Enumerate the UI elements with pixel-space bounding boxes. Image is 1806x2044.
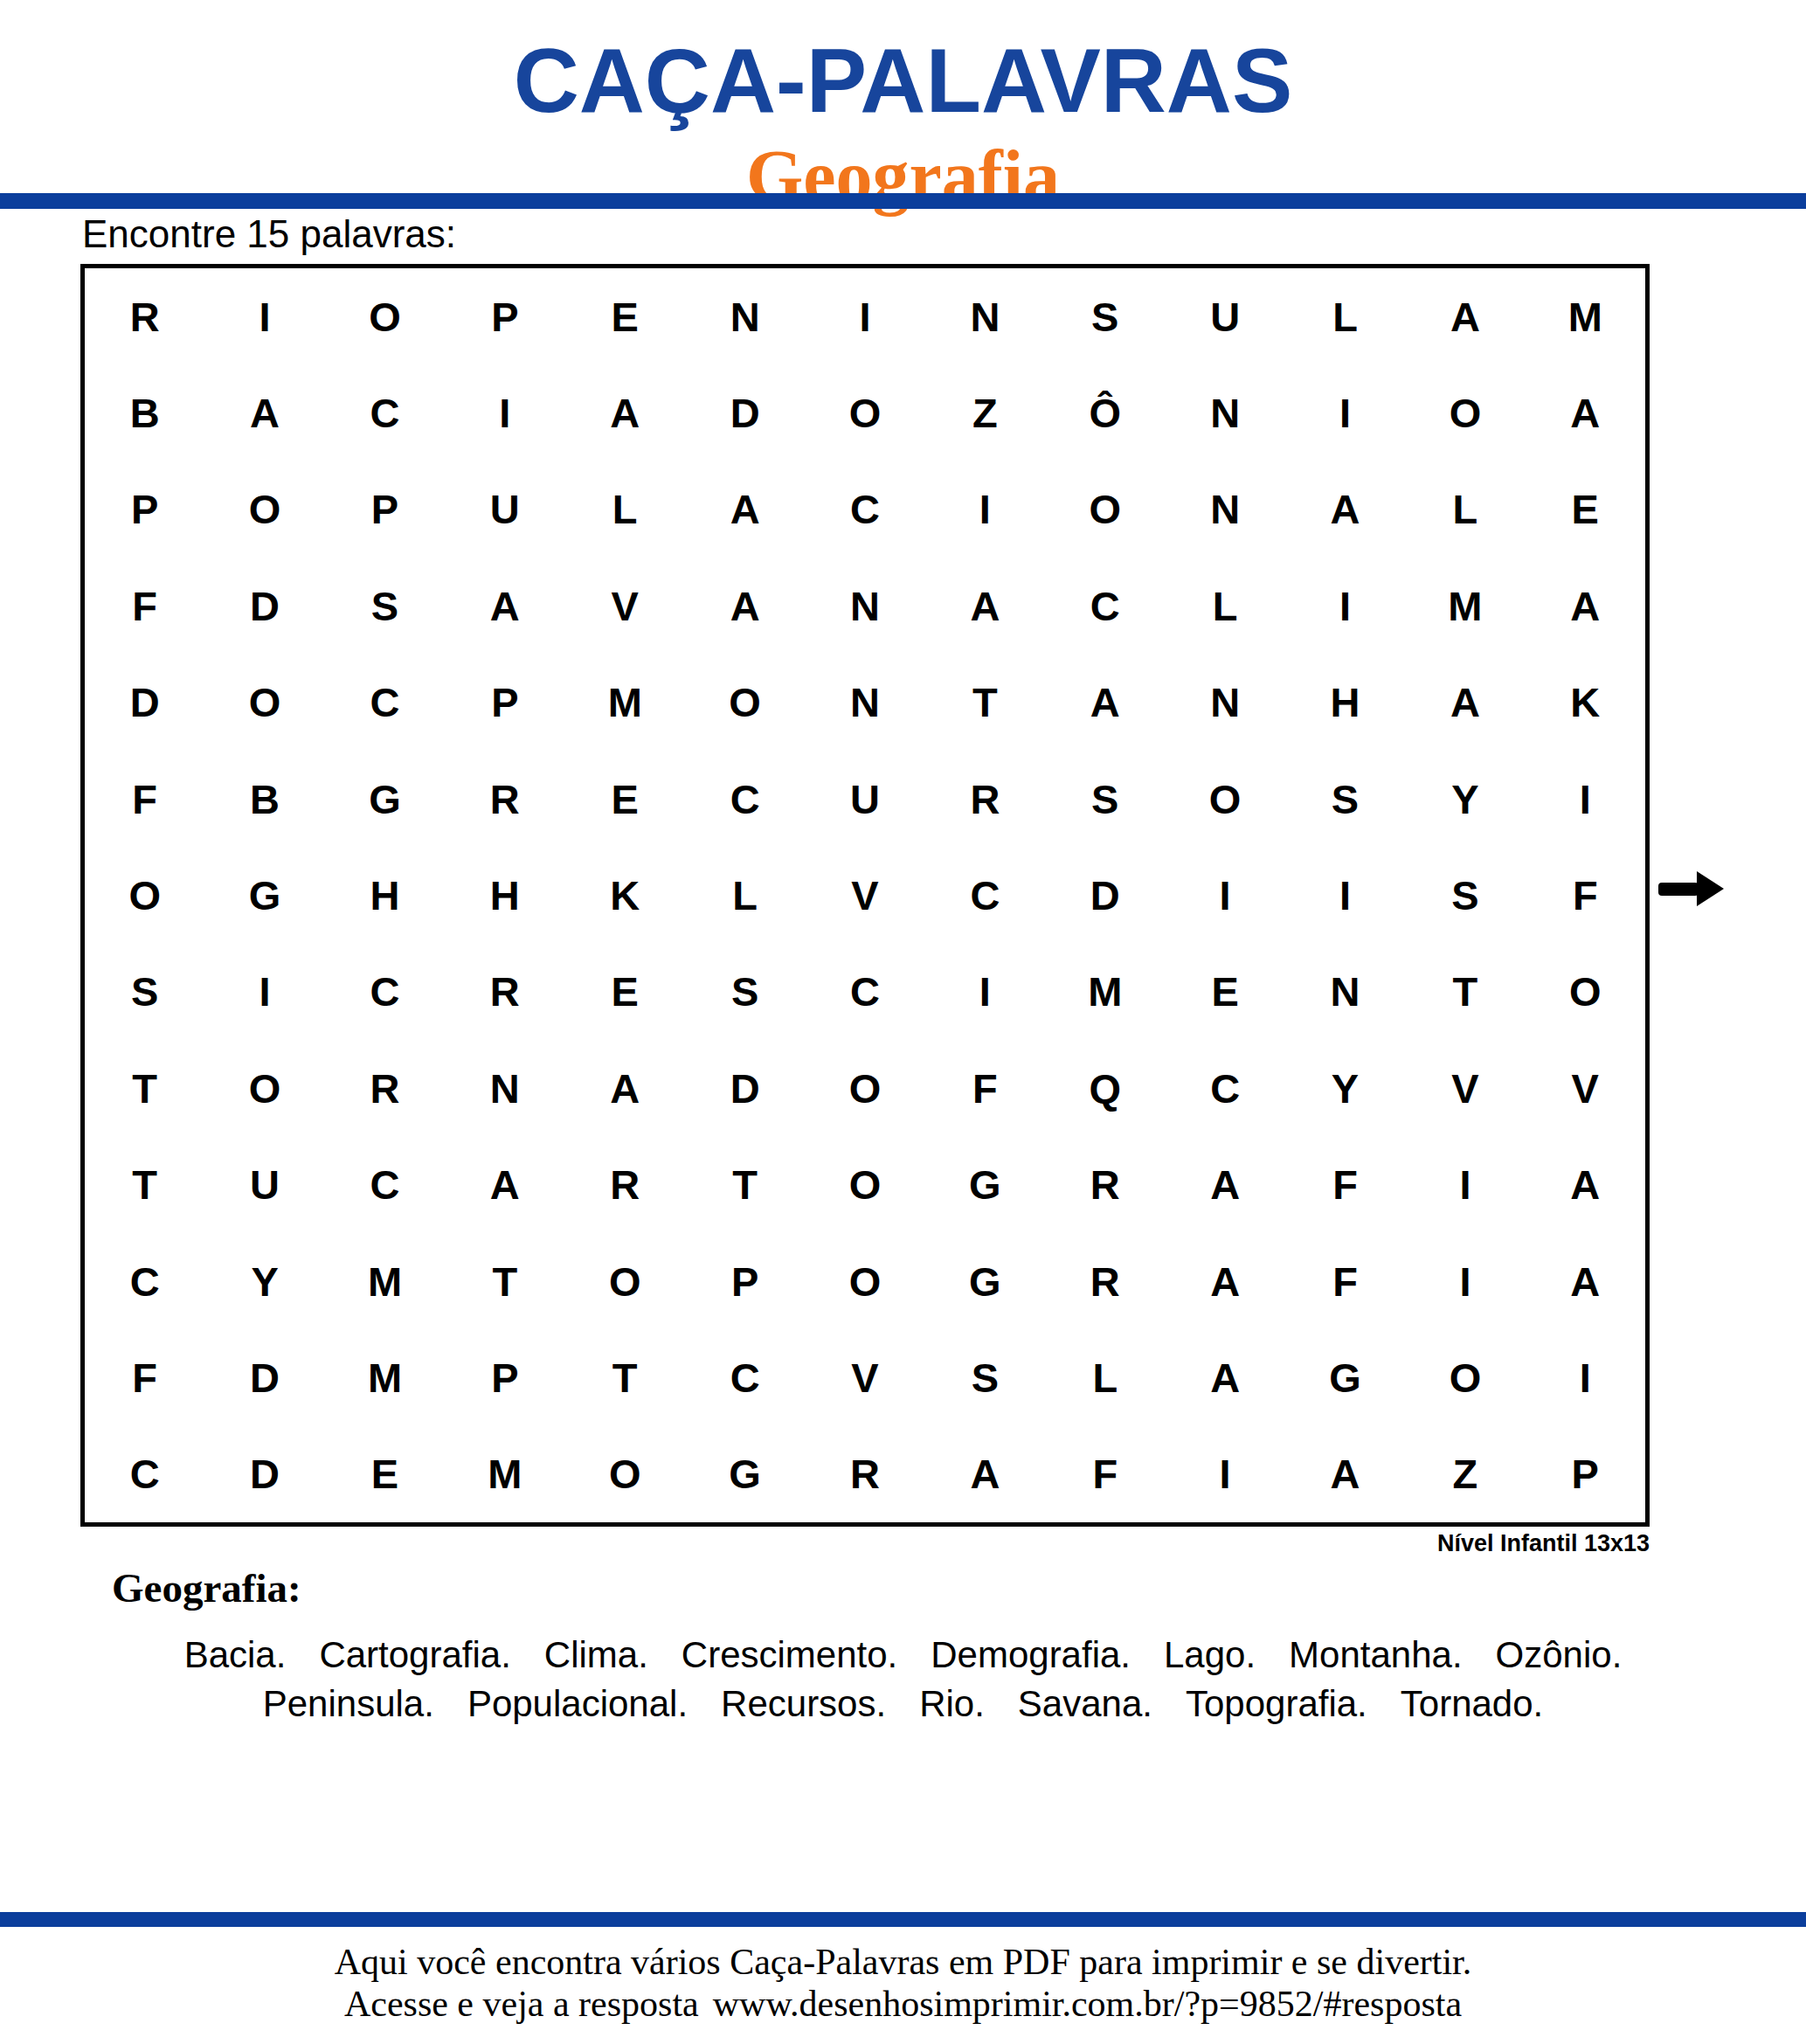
instruction-label: Encontre 15 palavras: (82, 213, 456, 255)
grid-cell-r9c5[interactable]: A (565, 1040, 685, 1136)
grid-cell-r2c7[interactable]: O (805, 364, 924, 461)
word-item: Recursos. (721, 1683, 886, 1725)
grid-cell-r10c12[interactable]: I (1405, 1136, 1525, 1232)
word-item: Cartografia. (319, 1634, 510, 1676)
grid-cell-r4c3[interactable]: S (325, 558, 445, 654)
grid-cell-r6c2[interactable]: B (204, 751, 324, 847)
grid-cell-r9c3[interactable]: R (325, 1040, 445, 1136)
grid-cell-r4c5[interactable]: V (565, 558, 685, 654)
grid-cell-r5c12[interactable]: A (1405, 655, 1525, 751)
grid-cell-r1c7[interactable]: I (805, 268, 924, 364)
grid-cell-r8c12[interactable]: T (1405, 944, 1525, 1040)
grid-cell-r8c8[interactable]: I (925, 944, 1045, 1040)
word-item: Savana. (1018, 1683, 1152, 1725)
grid-cell-r3c1[interactable]: P (85, 461, 204, 558)
footer-line2-prefix: Acesse e veja a resposta (344, 1984, 699, 2024)
grid-cell-r3c12[interactable]: L (1405, 461, 1525, 558)
grid-cell-r13c4[interactable]: M (445, 1426, 564, 1522)
footer-divider (0, 1912, 1806, 1927)
grid-cell-r5c5[interactable]: M (565, 655, 685, 751)
grid-cell-r12c11[interactable]: G (1285, 1329, 1405, 1425)
grid-cell-r13c6[interactable]: G (685, 1426, 805, 1522)
grid-cell-r9c1[interactable]: T (85, 1040, 204, 1136)
grid-cell-r7c10[interactable]: I (1165, 847, 1284, 943)
grid-cell-r10c2[interactable]: U (204, 1136, 324, 1232)
grid-cell-r4c13[interactable]: A (1526, 558, 1645, 654)
grid-cell-r9c12[interactable]: V (1405, 1040, 1525, 1136)
grid-cell-r8c5[interactable]: E (565, 944, 685, 1040)
grid-cell-r9c4[interactable]: N (445, 1040, 564, 1136)
grid-cell-r10c11[interactable]: F (1285, 1136, 1405, 1232)
grid-cell-r11c9[interactable]: R (1045, 1233, 1165, 1329)
grid-cell-r11c4[interactable]: T (445, 1233, 564, 1329)
grid-cell-r13c7[interactable]: R (805, 1426, 924, 1522)
grid-cell-r10c1[interactable]: T (85, 1136, 204, 1232)
grid-cell-r7c5[interactable]: K (565, 847, 685, 943)
word-list-line1: Bacia.Cartografia.Clima.Crescimento.Demo… (0, 1634, 1806, 1676)
grid-cell-r6c12[interactable]: Y (1405, 751, 1525, 847)
grid-cell-r5c6[interactable]: O (685, 655, 805, 751)
grid-cell-r6c3[interactable]: G (325, 751, 445, 847)
grid-cell-r6c9[interactable]: S (1045, 751, 1165, 847)
grid-cell-r1c4[interactable]: P (445, 268, 564, 364)
grid-cell-r4c1[interactable]: F (85, 558, 204, 654)
grid-cell-r2c11[interactable]: I (1285, 364, 1405, 461)
word-item: Ozônio. (1496, 1634, 1623, 1676)
grid-cell-r13c8[interactable]: A (925, 1426, 1045, 1522)
grid-cell-r13c13[interactable]: P (1526, 1426, 1645, 1522)
grid-cell-r8c9[interactable]: M (1045, 944, 1165, 1040)
grid-cell-r12c4[interactable]: P (445, 1329, 564, 1425)
grid-cell-r11c5[interactable]: O (565, 1233, 685, 1329)
grid-cell-r3c7[interactable]: C (805, 461, 924, 558)
page-title: CAÇA-PALAVRAS (0, 35, 1806, 126)
grid-cell-r12c5[interactable]: T (565, 1329, 685, 1425)
grid-cell-r11c8[interactable]: G (925, 1233, 1045, 1329)
grid-cell-r10c3[interactable]: C (325, 1136, 445, 1232)
grid-cell-r12c8[interactable]: S (925, 1329, 1045, 1425)
page: CAÇA-PALAVRAS Geografia Encontre 15 pala… (0, 0, 1806, 2044)
grid-cell-r12c7[interactable]: V (805, 1329, 924, 1425)
word-item: Crescimento. (682, 1634, 897, 1676)
word-item: Demografia. (931, 1634, 1131, 1676)
grid-cell-r5c10[interactable]: N (1165, 655, 1284, 751)
grid-cell-r2c10[interactable]: N (1165, 364, 1284, 461)
grid-cell-r11c13[interactable]: A (1526, 1233, 1645, 1329)
grid-cell-r6c7[interactable]: U (805, 751, 924, 847)
grid-cell-r1c10[interactable]: U (1165, 268, 1284, 364)
grid-cell-r7c1[interactable]: O (85, 847, 204, 943)
grid-cell-r9c13[interactable]: V (1526, 1040, 1645, 1136)
grid-cell-r2c6[interactable]: D (685, 364, 805, 461)
grid-cell-r3c11[interactable]: A (1285, 461, 1405, 558)
grid-cell-r11c10[interactable]: A (1165, 1233, 1284, 1329)
word-list-heading: Geografia: (112, 1564, 301, 1611)
grid-cell-r9c8[interactable]: F (925, 1040, 1045, 1136)
grid-cell-r4c4[interactable]: A (445, 558, 564, 654)
top-divider (0, 193, 1806, 209)
grid-cell-r3c5[interactable]: L (565, 461, 685, 558)
word-item: Clima. (544, 1634, 648, 1676)
grid-cell-r10c10[interactable]: A (1165, 1136, 1284, 1232)
footer-line1: Aqui você encontra vários Caça-Palavras … (0, 1942, 1806, 1982)
grid-cell-r13c1[interactable]: C (85, 1426, 204, 1522)
grid-cell-r12c2[interactable]: D (204, 1329, 324, 1425)
grid-cell-r8c3[interactable]: C (325, 944, 445, 1040)
grid-cell-r5c4[interactable]: P (445, 655, 564, 751)
grid-cell-r5c3[interactable]: C (325, 655, 445, 751)
level-label: Nível Infantil 13x13 (80, 1530, 1650, 1557)
grid-cell-r5c8[interactable]: T (925, 655, 1045, 751)
grid-cell-r3c3[interactable]: P (325, 461, 445, 558)
grid-cell-r8c4[interactable]: R (445, 944, 564, 1040)
grid-cell-r7c3[interactable]: H (325, 847, 445, 943)
grid-cell-r9c9[interactable]: Q (1045, 1040, 1165, 1136)
grid-cell-r4c11[interactable]: I (1285, 558, 1405, 654)
grid-cell-r8c2[interactable]: I (204, 944, 324, 1040)
grid-cell-r1c6[interactable]: N (685, 268, 805, 364)
grid-cell-r12c9[interactable]: L (1045, 1329, 1165, 1425)
grid-cell-r3c4[interactable]: U (445, 461, 564, 558)
grid-cell-r5c11[interactable]: H (1285, 655, 1405, 751)
grid-cell-r2c12[interactable]: O (1405, 364, 1525, 461)
grid-cell-r9c11[interactable]: Y (1285, 1040, 1405, 1136)
grid-cell-r12c6[interactable]: C (685, 1329, 805, 1425)
grid-cell-r2c1[interactable]: B (85, 364, 204, 461)
word-item: Topografia. (1186, 1683, 1367, 1725)
grid-cell-r7c2[interactable]: G (204, 847, 324, 943)
grid-cell-r3c13[interactable]: E (1526, 461, 1645, 558)
grid-cell-r4c8[interactable]: A (925, 558, 1045, 654)
grid-cell-r3c2[interactable]: O (204, 461, 324, 558)
grid-cell-r6c6[interactable]: C (685, 751, 805, 847)
word-item: Montanha. (1289, 1634, 1462, 1676)
grid-cell-r1c3[interactable]: O (325, 268, 445, 364)
grid-cell-r4c6[interactable]: A (685, 558, 805, 654)
grid-cell-r5c9[interactable]: A (1045, 655, 1165, 751)
grid-cell-r8c6[interactable]: S (685, 944, 805, 1040)
grid-cell-r13c2[interactable]: D (204, 1426, 324, 1522)
grid-cell-r7c9[interactable]: D (1045, 847, 1165, 943)
word-item: Lago. (1164, 1634, 1256, 1676)
grid-cell-r7c4[interactable]: H (445, 847, 564, 943)
grid-cell-r7c8[interactable]: C (925, 847, 1045, 943)
grid-cell-r10c7[interactable]: O (805, 1136, 924, 1232)
grid-cell-r4c7[interactable]: N (805, 558, 924, 654)
grid-cell-r7c7[interactable]: V (805, 847, 924, 943)
grid-cell-r4c10[interactable]: L (1165, 558, 1284, 654)
grid-cell-r13c10[interactable]: I (1165, 1426, 1284, 1522)
grid-cell-r7c13[interactable]: F (1526, 847, 1645, 943)
grid-cell-r6c11[interactable]: S (1285, 751, 1405, 847)
right-arrow-head (1697, 871, 1724, 906)
footer-url[interactable]: www.desenhosimprimir.com.br/?p=9852/#res… (713, 1984, 1462, 2024)
grid-cell-r10c6[interactable]: T (685, 1136, 805, 1232)
grid-cell-r11c2[interactable]: Y (204, 1233, 324, 1329)
grid-cell-r12c3[interactable]: M (325, 1329, 445, 1425)
word-grid: RIOPENINSULAMBACIADOZÔNIOAPOPULACIONALEF… (80, 264, 1650, 1527)
grid-cell-r3c8[interactable]: I (925, 461, 1045, 558)
grid-cell-r9c7[interactable]: O (805, 1040, 924, 1136)
grid-cell-r10c4[interactable]: A (445, 1136, 564, 1232)
grid-cell-r9c6[interactable]: D (685, 1040, 805, 1136)
grid-cell-r6c8[interactable]: R (925, 751, 1045, 847)
grid-cell-r11c7[interactable]: O (805, 1233, 924, 1329)
grid-cell-r4c12[interactable]: M (1405, 558, 1525, 654)
grid-cell-r7c12[interactable]: S (1405, 847, 1525, 943)
footer-line2: Acesse e veja a respostawww.desenhosimpr… (0, 1984, 1806, 2024)
grid-cell-r6c13[interactable]: I (1526, 751, 1645, 847)
grid-cell-r8c11[interactable]: N (1285, 944, 1405, 1040)
grid-cell-r10c8[interactable]: G (925, 1136, 1045, 1232)
word-item: Peninsula. (263, 1683, 434, 1725)
grid-cell-r5c13[interactable]: K (1526, 655, 1645, 751)
grid-cell-r1c11[interactable]: L (1285, 268, 1405, 364)
grid-cell-r8c1[interactable]: S (85, 944, 204, 1040)
grid-cell-r1c8[interactable]: N (925, 268, 1045, 364)
grid-cell-r12c12[interactable]: O (1405, 1329, 1525, 1425)
grid-cell-r6c10[interactable]: O (1165, 751, 1284, 847)
grid-cell-r11c12[interactable]: I (1405, 1233, 1525, 1329)
right-arrow-icon (1658, 871, 1726, 907)
grid-cell-r13c5[interactable]: O (565, 1426, 685, 1522)
grid-cell-r11c11[interactable]: F (1285, 1233, 1405, 1329)
grid-cell-r7c6[interactable]: L (685, 847, 805, 943)
grid-cell-r11c1[interactable]: C (85, 1233, 204, 1329)
grid-cell-r2c3[interactable]: C (325, 364, 445, 461)
grid-cell-r3c9[interactable]: O (1045, 461, 1165, 558)
grid-cell-r1c5[interactable]: E (565, 268, 685, 364)
grid-cell-r2c2[interactable]: A (204, 364, 324, 461)
grid-cell-r13c9[interactable]: F (1045, 1426, 1165, 1522)
grid-cell-r2c5[interactable]: A (565, 364, 685, 461)
grid-cell-r10c9[interactable]: R (1045, 1136, 1165, 1232)
grid-cell-r12c13[interactable]: I (1526, 1329, 1645, 1425)
word-item: Tornado. (1401, 1683, 1543, 1725)
word-item: Rio. (919, 1683, 985, 1725)
grid-cell-r9c2[interactable]: O (204, 1040, 324, 1136)
grid-cell-r2c8[interactable]: Z (925, 364, 1045, 461)
word-item: Populacional. (467, 1683, 688, 1725)
word-item: Bacia. (184, 1634, 287, 1676)
grid-cell-r4c2[interactable]: D (204, 558, 324, 654)
grid-cell-r8c7[interactable]: C (805, 944, 924, 1040)
grid-cell-r12c1[interactable]: F (85, 1329, 204, 1425)
grid-cell-r6c1[interactable]: F (85, 751, 204, 847)
grid-cell-r1c2[interactable]: I (204, 268, 324, 364)
grid-cell-r13c3[interactable]: E (325, 1426, 445, 1522)
grid-cell-r11c3[interactable]: M (325, 1233, 445, 1329)
word-list-line2: Peninsula.Populacional.Recursos.Rio.Sava… (0, 1683, 1806, 1725)
grid-cell-r11c6[interactable]: P (685, 1233, 805, 1329)
grid-cell-r7c11[interactable]: I (1285, 847, 1405, 943)
grid-cell-r1c13[interactable]: M (1526, 268, 1645, 364)
grid-cell-r3c6[interactable]: A (685, 461, 805, 558)
grid-cell-r2c9[interactable]: Ô (1045, 364, 1165, 461)
grid-cell-r6c5[interactable]: E (565, 751, 685, 847)
grid-cell-r8c13[interactable]: O (1526, 944, 1645, 1040)
grid-cell-r2c13[interactable]: A (1526, 364, 1645, 461)
grid-cell-r4c9[interactable]: C (1045, 558, 1165, 654)
grid-cell-r1c9[interactable]: S (1045, 268, 1165, 364)
grid-cell-r5c7[interactable]: N (805, 655, 924, 751)
grid-cell-r3c10[interactable]: N (1165, 461, 1284, 558)
grid-cell-r13c11[interactable]: A (1285, 1426, 1405, 1522)
grid-cell-r5c2[interactable]: O (204, 655, 324, 751)
grid-cell-r8c10[interactable]: E (1165, 944, 1284, 1040)
grid-cell-r6c4[interactable]: R (445, 751, 564, 847)
grid-cell-r12c10[interactable]: A (1165, 1329, 1284, 1425)
grid-cell-r1c1[interactable]: R (85, 268, 204, 364)
grid-cell-r13c12[interactable]: Z (1405, 1426, 1525, 1522)
grid-cell-r5c1[interactable]: D (85, 655, 204, 751)
grid-cell-r10c5[interactable]: R (565, 1136, 685, 1232)
grid-cell-r9c10[interactable]: C (1165, 1040, 1284, 1136)
right-arrow-bar (1658, 883, 1699, 896)
grid-cell-r2c4[interactable]: I (445, 364, 564, 461)
grid-cell-r1c12[interactable]: A (1405, 268, 1525, 364)
grid-cell-r10c13[interactable]: A (1526, 1136, 1645, 1232)
